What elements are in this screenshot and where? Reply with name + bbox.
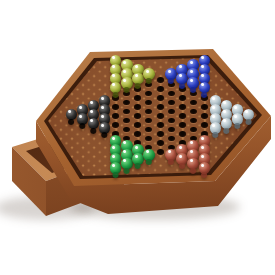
marble-yellow-green[interactable]: ●	[132, 73, 144, 85]
marble-blue[interactable]: ●	[187, 77, 199, 89]
marble-blue[interactable]: ●	[176, 73, 188, 85]
marble-silver-gray[interactable]: ●	[232, 113, 244, 125]
marble-swirl-glyph: ●	[176, 80, 188, 92]
marble-swirl-glyph: ●	[176, 160, 188, 172]
marble-swirl-glyph: ●	[165, 75, 177, 87]
marble-black[interactable]: ●	[66, 109, 78, 121]
marble-swirl-glyph: ●	[143, 156, 155, 168]
marble-swirl-glyph: ●	[243, 116, 255, 128]
marble-blue[interactable]: ●	[199, 82, 211, 94]
marble-swirl-glyph: ●	[110, 169, 122, 181]
marble-swirl-glyph: ●	[121, 84, 133, 96]
marble-green[interactable]: ●	[132, 153, 144, 165]
marble-yellow-green[interactable]: ●	[121, 77, 133, 89]
marble-yellow-green[interactable]: ●	[110, 82, 122, 94]
marble-green[interactable]: ●	[143, 149, 155, 161]
marble-swirl-glyph: ●	[199, 89, 211, 101]
marble-swirl-glyph: ●	[232, 120, 244, 132]
marble-red[interactable]: ●	[199, 162, 211, 174]
marble-swirl-glyph: ●	[132, 80, 144, 92]
marble-yellow-green[interactable]: ●	[143, 68, 155, 80]
marble-swirl-glyph: ●	[66, 116, 78, 128]
marble-black[interactable]: ●	[77, 113, 89, 125]
marble-swirl-glyph: ●	[132, 160, 144, 172]
marble-red[interactable]: ●	[187, 158, 199, 170]
chinese-checkers-board-photo: ●●●●●●●●●●●●●●●●●●●●●●●●●●●●●●●●●●●●●●●●…	[0, 0, 275, 275]
marble-swirl-glyph: ●	[121, 165, 133, 177]
marble-silver-gray[interactable]: ●	[243, 109, 255, 121]
marble-black[interactable]: ●	[88, 118, 100, 130]
marble-swirl-glyph: ●	[110, 89, 122, 101]
marbles-layer: ●●●●●●●●●●●●●●●●●●●●●●●●●●●●●●●●●●●●●●●●…	[0, 0, 275, 275]
marble-red[interactable]: ●	[165, 149, 177, 161]
marble-swirl-glyph: ●	[99, 129, 111, 141]
marble-green[interactable]: ●	[121, 158, 133, 170]
marble-swirl-glyph: ●	[165, 156, 177, 168]
marble-silver-gray[interactable]: ●	[221, 118, 233, 130]
marble-swirl-glyph: ●	[221, 125, 233, 137]
marble-green[interactable]: ●	[110, 162, 122, 174]
marble-swirl-glyph: ●	[199, 169, 211, 181]
marble-black[interactable]: ●	[99, 122, 111, 134]
marble-red[interactable]: ●	[176, 153, 188, 165]
marble-swirl-glyph: ●	[88, 125, 100, 137]
marble-swirl-glyph: ●	[143, 75, 155, 87]
marble-blue[interactable]: ●	[165, 68, 177, 80]
marble-swirl-glyph: ●	[187, 165, 199, 177]
marble-swirl-glyph: ●	[77, 120, 89, 132]
marble-silver-gray[interactable]: ●	[210, 122, 222, 134]
marble-swirl-glyph: ●	[210, 129, 222, 141]
marble-swirl-glyph: ●	[187, 84, 199, 96]
